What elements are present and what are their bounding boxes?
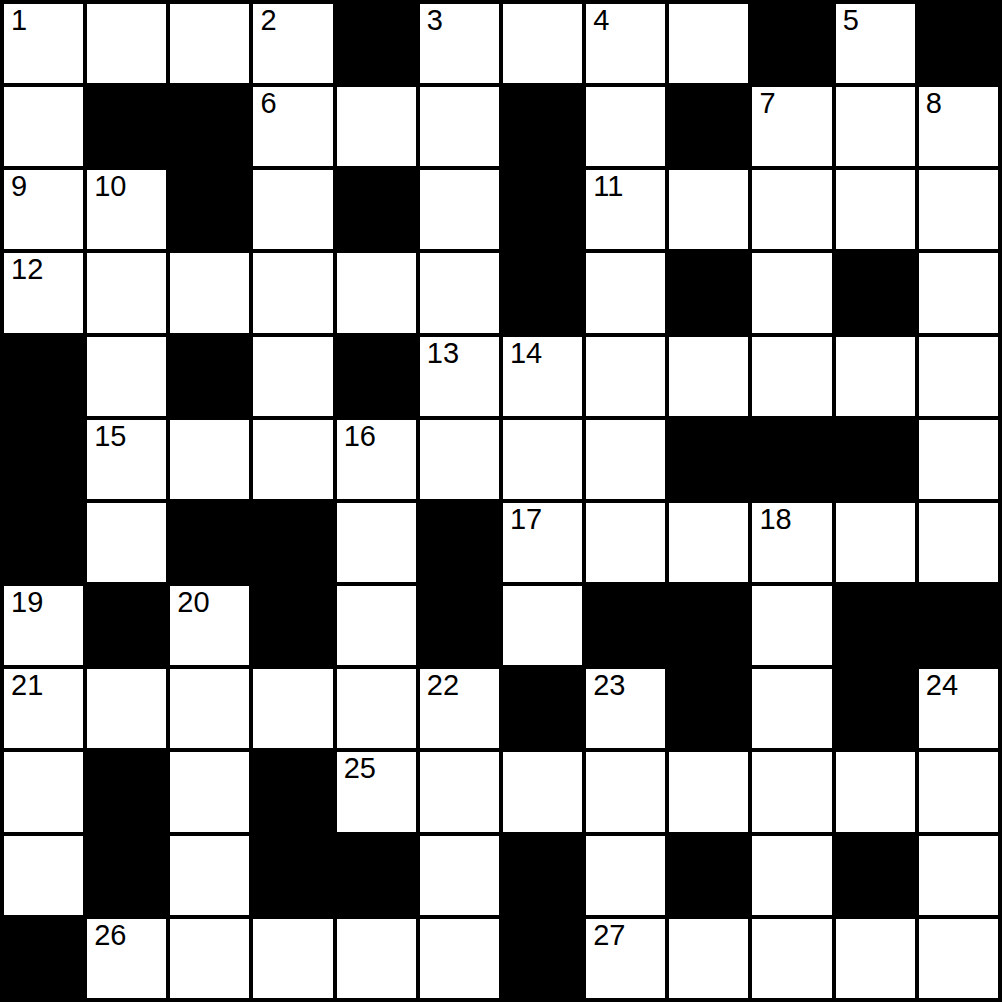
white-cell-r1c6[interactable]: 3 bbox=[420, 4, 499, 83]
black-cell-r12c1 bbox=[4, 919, 83, 998]
white-cell-r4c10[interactable] bbox=[752, 253, 831, 332]
white-cell-r2c12[interactable]: 8 bbox=[919, 87, 998, 166]
white-cell-r7c10[interactable]: 18 bbox=[752, 503, 831, 582]
white-cell-r9c10[interactable] bbox=[752, 669, 831, 748]
white-cell-r6c5[interactable]: 16 bbox=[337, 420, 416, 499]
white-cell-r10c11[interactable] bbox=[836, 752, 915, 831]
clue-number-13: 13 bbox=[427, 337, 459, 370]
white-cell-r12c9[interactable] bbox=[669, 919, 748, 998]
white-cell-r7c2[interactable] bbox=[87, 503, 166, 582]
white-cell-r1c3[interactable] bbox=[170, 4, 249, 83]
black-cell-r3c7 bbox=[503, 170, 582, 249]
black-cell-r11c11 bbox=[836, 836, 915, 915]
clue-number-8: 8 bbox=[926, 87, 942, 120]
clue-number-18: 18 bbox=[759, 503, 791, 536]
black-cell-r6c10 bbox=[752, 420, 831, 499]
black-cell-r11c7 bbox=[503, 836, 582, 915]
white-cell-r4c8[interactable] bbox=[586, 253, 665, 332]
white-cell-r12c6[interactable] bbox=[420, 919, 499, 998]
white-cell-r1c1[interactable]: 1 bbox=[4, 4, 83, 83]
white-cell-r4c5[interactable] bbox=[337, 253, 416, 332]
black-cell-r10c4 bbox=[253, 752, 332, 831]
black-cell-r11c5 bbox=[337, 836, 416, 915]
black-cell-r12c7 bbox=[503, 919, 582, 998]
white-cell-r10c1[interactable] bbox=[4, 752, 83, 831]
white-cell-r5c11[interactable] bbox=[836, 337, 915, 416]
clue-number-15: 15 bbox=[94, 420, 126, 453]
black-cell-r7c6 bbox=[420, 503, 499, 582]
black-cell-r4c11 bbox=[836, 253, 915, 332]
white-cell-r3c10[interactable] bbox=[752, 170, 831, 249]
clue-number-11: 11 bbox=[593, 170, 623, 203]
white-cell-r5c6[interactable]: 13 bbox=[420, 337, 499, 416]
white-cell-r3c12[interactable] bbox=[919, 170, 998, 249]
white-cell-r7c5[interactable] bbox=[337, 503, 416, 582]
white-cell-r2c4[interactable]: 6 bbox=[253, 87, 332, 166]
white-cell-r11c10[interactable] bbox=[752, 836, 831, 915]
clue-number-4: 4 bbox=[593, 4, 609, 37]
clue-number-3: 3 bbox=[427, 4, 443, 37]
black-cell-r1c5 bbox=[337, 4, 416, 83]
black-cell-r6c1 bbox=[4, 420, 83, 499]
white-cell-r5c4[interactable] bbox=[253, 337, 332, 416]
white-cell-r2c10[interactable]: 7 bbox=[752, 87, 831, 166]
black-cell-r8c11 bbox=[836, 586, 915, 665]
white-cell-r4c3[interactable] bbox=[170, 253, 249, 332]
white-cell-r10c8[interactable] bbox=[586, 752, 665, 831]
white-cell-r9c3[interactable] bbox=[170, 669, 249, 748]
white-cell-r3c2[interactable]: 10 bbox=[87, 170, 166, 249]
white-cell-r4c2[interactable] bbox=[87, 253, 166, 332]
white-cell-r9c1[interactable]: 21 bbox=[4, 669, 83, 748]
white-cell-r12c10[interactable] bbox=[752, 919, 831, 998]
clue-number-10: 10 bbox=[94, 170, 126, 203]
white-cell-r2c11[interactable] bbox=[836, 87, 915, 166]
white-cell-r1c8[interactable]: 4 bbox=[586, 4, 665, 83]
black-cell-r1c10 bbox=[752, 4, 831, 83]
white-cell-r9c4[interactable] bbox=[253, 669, 332, 748]
white-cell-r7c11[interactable] bbox=[836, 503, 915, 582]
crossword-grid: 1234567891011121314151617181920212223242… bbox=[0, 0, 1002, 1002]
white-cell-r3c4[interactable] bbox=[253, 170, 332, 249]
white-cell-r8c5[interactable] bbox=[337, 586, 416, 665]
white-cell-r10c6[interactable] bbox=[420, 752, 499, 831]
white-cell-r7c7[interactable]: 17 bbox=[503, 503, 582, 582]
clue-number-2: 2 bbox=[260, 4, 276, 37]
clue-number-16: 16 bbox=[344, 420, 376, 453]
black-cell-r7c4 bbox=[253, 503, 332, 582]
white-cell-r9c5[interactable] bbox=[337, 669, 416, 748]
black-cell-r2c3 bbox=[170, 87, 249, 166]
white-cell-r11c6[interactable] bbox=[420, 836, 499, 915]
black-cell-r3c3 bbox=[170, 170, 249, 249]
white-cell-r11c3[interactable] bbox=[170, 836, 249, 915]
white-cell-r8c1[interactable]: 19 bbox=[4, 586, 83, 665]
white-cell-r1c9[interactable] bbox=[669, 4, 748, 83]
white-cell-r9c8[interactable]: 23 bbox=[586, 669, 665, 748]
white-cell-r5c9[interactable] bbox=[669, 337, 748, 416]
white-cell-r11c12[interactable] bbox=[919, 836, 998, 915]
white-cell-r9c2[interactable] bbox=[87, 669, 166, 748]
clue-number-24: 24 bbox=[926, 669, 958, 702]
white-cell-r2c8[interactable] bbox=[586, 87, 665, 166]
clue-number-12: 12 bbox=[11, 253, 43, 286]
white-cell-r1c2[interactable] bbox=[87, 4, 166, 83]
black-cell-r2c2 bbox=[87, 87, 166, 166]
white-cell-r12c3[interactable] bbox=[170, 919, 249, 998]
white-cell-r12c5[interactable] bbox=[337, 919, 416, 998]
clue-number-23: 23 bbox=[593, 669, 625, 702]
white-cell-r10c5[interactable]: 25 bbox=[337, 752, 416, 831]
white-cell-r12c2[interactable]: 26 bbox=[87, 919, 166, 998]
clue-number-14: 14 bbox=[510, 337, 542, 370]
white-cell-r3c6[interactable] bbox=[420, 170, 499, 249]
black-cell-r2c7 bbox=[503, 87, 582, 166]
clue-number-25: 25 bbox=[344, 752, 376, 785]
white-cell-r5c7[interactable]: 14 bbox=[503, 337, 582, 416]
white-cell-r5c10[interactable] bbox=[752, 337, 831, 416]
white-cell-r2c6[interactable] bbox=[420, 87, 499, 166]
white-cell-r4c12[interactable] bbox=[919, 253, 998, 332]
black-cell-r11c9 bbox=[669, 836, 748, 915]
clue-number-22: 22 bbox=[427, 669, 459, 702]
white-cell-r4c6[interactable] bbox=[420, 253, 499, 332]
black-cell-r8c9 bbox=[669, 586, 748, 665]
white-cell-r1c7[interactable] bbox=[503, 4, 582, 83]
clue-number-21: 21 bbox=[11, 669, 43, 702]
white-cell-r6c6[interactable] bbox=[420, 420, 499, 499]
white-cell-r8c10[interactable] bbox=[752, 586, 831, 665]
white-cell-r4c1[interactable]: 12 bbox=[4, 253, 83, 332]
white-cell-r8c3[interactable]: 20 bbox=[170, 586, 249, 665]
clue-number-7: 7 bbox=[759, 87, 775, 120]
clue-number-9: 9 bbox=[11, 170, 27, 203]
white-cell-r6c7[interactable] bbox=[503, 420, 582, 499]
black-cell-r8c12 bbox=[919, 586, 998, 665]
clue-number-27: 27 bbox=[593, 919, 625, 952]
white-cell-r7c12[interactable] bbox=[919, 503, 998, 582]
black-cell-r10c2 bbox=[87, 752, 166, 831]
black-cell-r8c6 bbox=[420, 586, 499, 665]
white-cell-r4c4[interactable] bbox=[253, 253, 332, 332]
black-cell-r5c5 bbox=[337, 337, 416, 416]
white-cell-r6c4[interactable] bbox=[253, 420, 332, 499]
white-cell-r10c9[interactable] bbox=[669, 752, 748, 831]
clue-number-1: 1 bbox=[11, 4, 27, 37]
white-cell-r3c1[interactable]: 9 bbox=[4, 170, 83, 249]
white-cell-r10c12[interactable] bbox=[919, 752, 998, 831]
white-cell-r7c8[interactable] bbox=[586, 503, 665, 582]
white-cell-r7c9[interactable] bbox=[669, 503, 748, 582]
white-cell-r3c8[interactable]: 11 bbox=[586, 170, 665, 249]
black-cell-r7c3 bbox=[170, 503, 249, 582]
black-cell-r4c9 bbox=[669, 253, 748, 332]
clue-number-26: 26 bbox=[94, 919, 126, 952]
white-cell-r8c7[interactable] bbox=[503, 586, 582, 665]
white-cell-r1c11[interactable]: 5 bbox=[836, 4, 915, 83]
black-cell-r5c3 bbox=[170, 337, 249, 416]
black-cell-r9c11 bbox=[836, 669, 915, 748]
black-cell-r4c7 bbox=[503, 253, 582, 332]
white-cell-r9c12[interactable]: 24 bbox=[919, 669, 998, 748]
white-cell-r3c11[interactable] bbox=[836, 170, 915, 249]
black-cell-r2c9 bbox=[669, 87, 748, 166]
white-cell-r11c8[interactable] bbox=[586, 836, 665, 915]
black-cell-r6c11 bbox=[836, 420, 915, 499]
black-cell-r9c9 bbox=[669, 669, 748, 748]
white-cell-r12c12[interactable] bbox=[919, 919, 998, 998]
black-cell-r3c5 bbox=[337, 170, 416, 249]
black-cell-r1c12 bbox=[919, 4, 998, 83]
white-cell-r3c9[interactable] bbox=[669, 170, 748, 249]
black-cell-r7c1 bbox=[4, 503, 83, 582]
clue-number-19: 19 bbox=[11, 586, 43, 619]
white-cell-r5c8[interactable] bbox=[586, 337, 665, 416]
white-cell-r6c3[interactable] bbox=[170, 420, 249, 499]
white-cell-r11c1[interactable] bbox=[4, 836, 83, 915]
white-cell-r6c8[interactable] bbox=[586, 420, 665, 499]
white-cell-r5c2[interactable] bbox=[87, 337, 166, 416]
white-cell-r2c5[interactable] bbox=[337, 87, 416, 166]
clue-number-5: 5 bbox=[843, 4, 859, 37]
black-cell-r11c2 bbox=[87, 836, 166, 915]
white-cell-r10c10[interactable] bbox=[752, 752, 831, 831]
black-cell-r9c7 bbox=[503, 669, 582, 748]
white-cell-r12c4[interactable] bbox=[253, 919, 332, 998]
white-cell-r12c11[interactable] bbox=[836, 919, 915, 998]
black-cell-r11c4 bbox=[253, 836, 332, 915]
white-cell-r10c7[interactable] bbox=[503, 752, 582, 831]
white-cell-r2c1[interactable] bbox=[4, 87, 83, 166]
white-cell-r6c12[interactable] bbox=[919, 420, 998, 499]
black-cell-r6c9 bbox=[669, 420, 748, 499]
white-cell-r1c4[interactable]: 2 bbox=[253, 4, 332, 83]
black-cell-r8c4 bbox=[253, 586, 332, 665]
white-cell-r5c12[interactable] bbox=[919, 337, 998, 416]
black-cell-r8c2 bbox=[87, 586, 166, 665]
black-cell-r8c8 bbox=[586, 586, 665, 665]
white-cell-r6c2[interactable]: 15 bbox=[87, 420, 166, 499]
white-cell-r9c6[interactable]: 22 bbox=[420, 669, 499, 748]
clue-number-20: 20 bbox=[177, 586, 209, 619]
white-cell-r12c8[interactable]: 27 bbox=[586, 919, 665, 998]
black-cell-r5c1 bbox=[4, 337, 83, 416]
white-cell-r10c3[interactable] bbox=[170, 752, 249, 831]
clue-number-6: 6 bbox=[260, 87, 276, 120]
clue-number-17: 17 bbox=[510, 503, 542, 536]
